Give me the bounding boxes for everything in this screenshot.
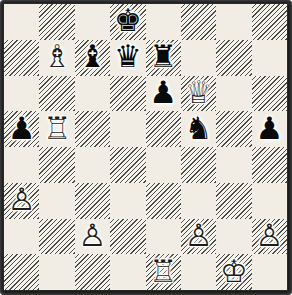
square-c4	[75, 147, 110, 183]
square-a6	[4, 76, 39, 112]
black-king-d8: ♚	[114, 5, 142, 36]
square-e2	[146, 219, 181, 255]
square-g3	[216, 183, 251, 219]
square-d1	[110, 254, 145, 290]
square-e8	[146, 4, 181, 40]
square-h3	[252, 183, 287, 219]
white-pawn-h2: ♙	[255, 220, 283, 251]
square-f3	[181, 183, 216, 219]
square-a1	[4, 254, 39, 290]
black-pawn-e6: ♟	[149, 77, 177, 108]
square-g7	[216, 40, 251, 76]
square-e4	[146, 147, 181, 183]
square-f1	[181, 254, 216, 290]
white-pawn-c2: ♙	[79, 220, 107, 251]
square-a5: ♟	[4, 111, 39, 147]
black-rook-e7: ♜	[149, 41, 177, 72]
square-f6: ♕	[181, 76, 216, 112]
square-d7: ♛	[110, 40, 145, 76]
square-c7: ♝	[75, 40, 110, 76]
square-h8	[252, 4, 287, 40]
square-b7: ♗	[39, 40, 74, 76]
square-c3	[75, 183, 110, 219]
square-g1: ♔	[216, 254, 251, 290]
square-d2	[110, 219, 145, 255]
square-c6	[75, 76, 110, 112]
square-c8	[75, 4, 110, 40]
white-king-g1: ♔	[220, 256, 248, 287]
square-f7	[181, 40, 216, 76]
square-g2	[216, 219, 251, 255]
square-b2	[39, 219, 74, 255]
square-b3	[39, 183, 74, 219]
square-e7: ♜	[146, 40, 181, 76]
square-d5	[110, 111, 145, 147]
square-f2: ♙	[181, 219, 216, 255]
square-f5: ♞	[181, 111, 216, 147]
square-d6	[110, 76, 145, 112]
square-a3: ♙	[4, 183, 39, 219]
square-e6: ♟	[146, 76, 181, 112]
square-d3	[110, 183, 145, 219]
square-b6	[39, 76, 74, 112]
square-g8	[216, 4, 251, 40]
square-h7	[252, 40, 287, 76]
square-a8	[4, 4, 39, 40]
square-d4	[110, 147, 145, 183]
square-a2	[4, 219, 39, 255]
square-e5	[146, 111, 181, 147]
chess-board: ♚♗♝♛♜♟♕♟♖♞♟♙♙♙♙♖♔	[4, 4, 287, 290]
white-queen-f6: ♕	[185, 77, 213, 108]
square-g6	[216, 76, 251, 112]
scanned-chess-diagram: ♚♗♝♛♜♟♕♟♖♞♟♙♙♙♙♖♔	[0, 0, 292, 295]
black-queen-d7: ♛	[114, 41, 142, 72]
square-g4	[216, 147, 251, 183]
square-c2: ♙	[75, 219, 110, 255]
white-pawn-a3: ♙	[8, 184, 36, 215]
square-h5: ♟	[252, 111, 287, 147]
black-pawn-h5: ♟	[255, 113, 283, 144]
square-h1	[252, 254, 287, 290]
square-g5	[216, 111, 251, 147]
white-rook-e1: ♖	[149, 256, 177, 287]
black-pawn-a5: ♟	[8, 113, 36, 144]
white-pawn-f2: ♙	[185, 220, 213, 251]
square-c5	[75, 111, 110, 147]
square-h6	[252, 76, 287, 112]
square-f8	[181, 4, 216, 40]
square-f4	[181, 147, 216, 183]
square-d8: ♚	[110, 4, 145, 40]
white-rook-b5: ♖	[43, 113, 71, 144]
square-c1	[75, 254, 110, 290]
square-e3	[146, 183, 181, 219]
square-a4	[4, 147, 39, 183]
square-h4	[252, 147, 287, 183]
square-b5: ♖	[39, 111, 74, 147]
square-a7	[4, 40, 39, 76]
white-bishop-b7: ♗	[43, 41, 71, 72]
black-bishop-c7: ♝	[79, 41, 107, 72]
black-knight-f5: ♞	[185, 113, 213, 144]
square-h2: ♙	[252, 219, 287, 255]
square-b8	[39, 4, 74, 40]
square-e1: ♖	[146, 254, 181, 290]
square-b4	[39, 147, 74, 183]
square-b1	[39, 254, 74, 290]
